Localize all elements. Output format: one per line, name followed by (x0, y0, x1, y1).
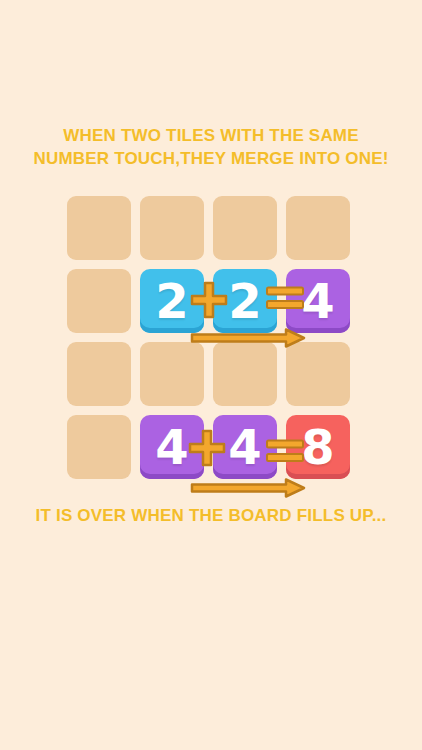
tile-label: 4 (301, 273, 334, 329)
board-cell (67, 196, 131, 260)
board-cell (140, 196, 204, 260)
board-cell (67, 342, 131, 406)
board-cell (213, 196, 277, 260)
board-cell (67, 269, 131, 333)
tile-4: 4 (140, 415, 204, 479)
tile-label: 8 (301, 419, 334, 475)
board-cell (286, 342, 350, 406)
merge-arrow-icon (190, 478, 306, 498)
tile-label: 2 (228, 273, 261, 329)
board-cell (213, 342, 277, 406)
board-cell (140, 342, 204, 406)
tile-label: 4 (228, 419, 261, 475)
tile-4: 4 (213, 415, 277, 479)
game-over-hint-text: IT IS OVER WHEN THE BOARD FILLS UP... (0, 504, 422, 527)
tile-2: 2 (213, 269, 277, 333)
tile-8: 8 (286, 415, 350, 479)
tile-4: 4 (286, 269, 350, 333)
tutorial-screen: WHEN TWO TILES WITH THE SAME NUMBER TOUC… (0, 0, 422, 750)
tile-label: 4 (155, 419, 188, 475)
tile-label: 2 (155, 273, 188, 329)
board-cell (67, 415, 131, 479)
merge-hint-text: WHEN TWO TILES WITH THE SAME NUMBER TOUC… (0, 124, 422, 170)
tile-2: 2 (140, 269, 204, 333)
board-cell (286, 196, 350, 260)
game-board[interactable]: 2 2 4 4 4 8 (67, 196, 350, 479)
merge-hint-line1: WHEN TWO TILES WITH THE SAME (0, 124, 422, 147)
merge-hint-line2: NUMBER TOUCH,THEY MERGE INTO ONE! (0, 147, 422, 170)
